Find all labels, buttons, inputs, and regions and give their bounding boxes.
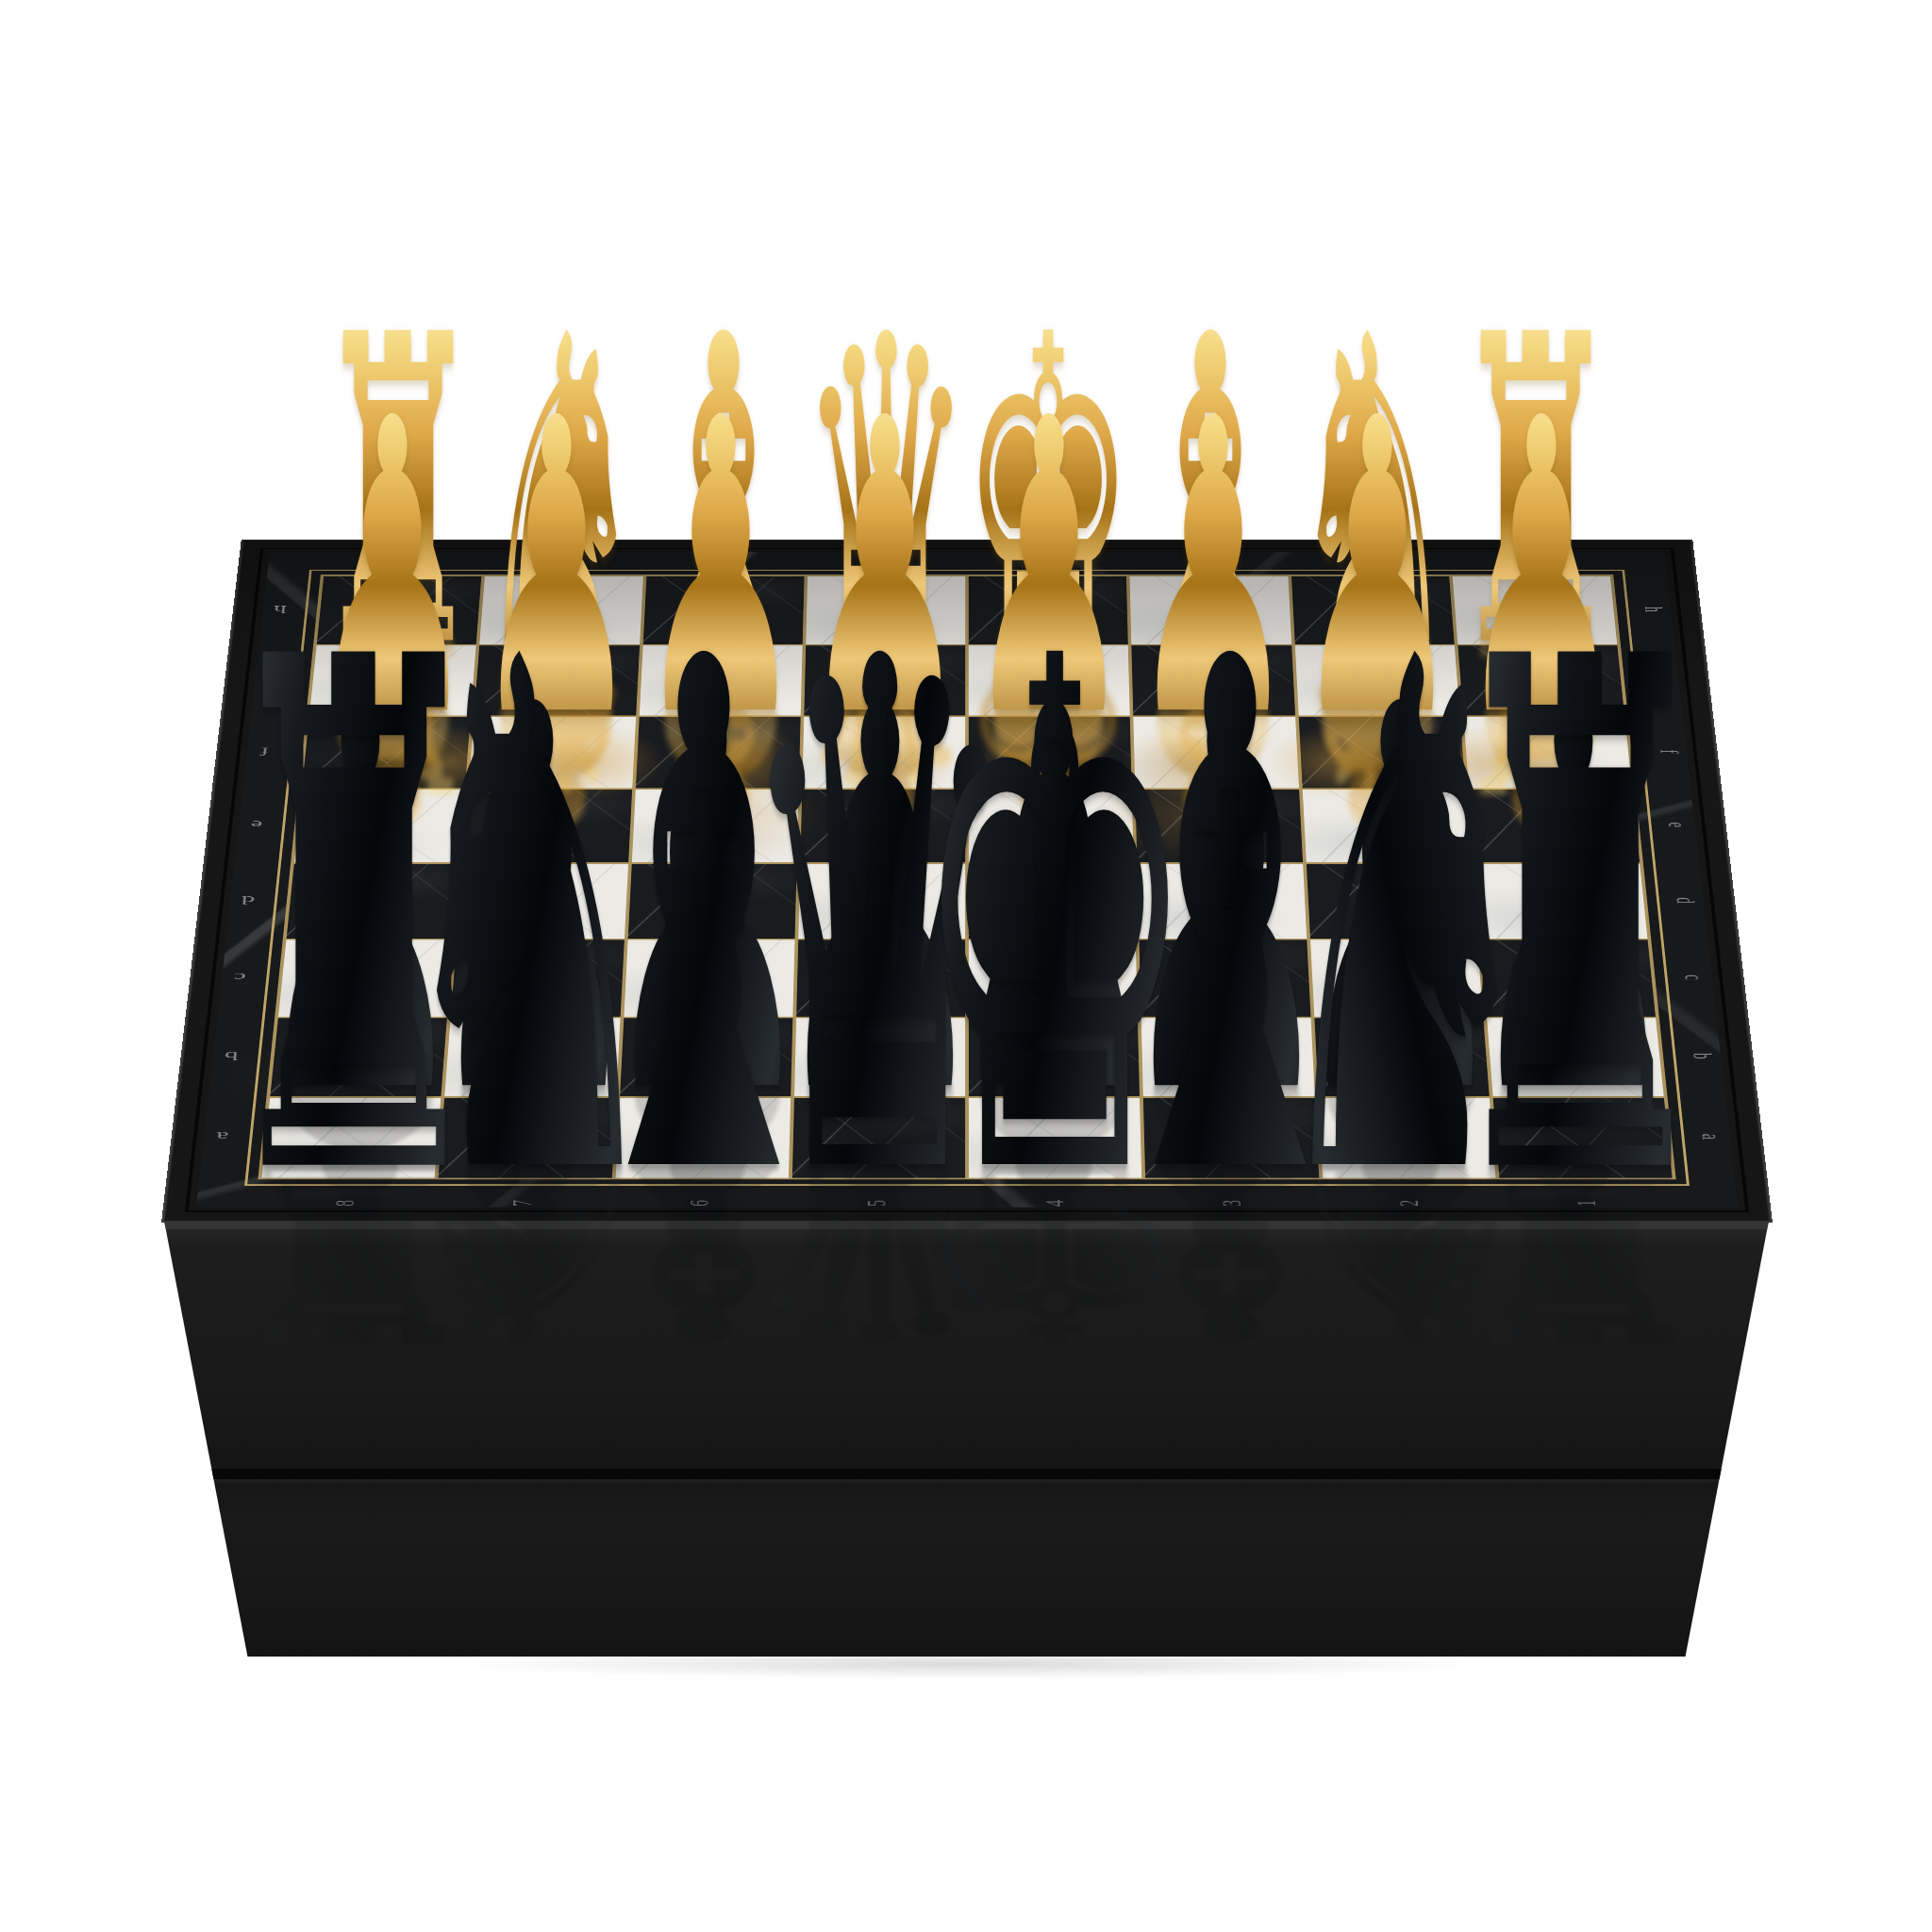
ground-shadow: [236, 1643, 1698, 1685]
box-lid-seam: [189, 1469, 1745, 1479]
piece-black-R-a1[interactable]: ♜: [1435, 570, 1724, 1273]
chess-set-photo: aabbccddeeffgghh8877665544332211 ♜♜♞♞♝♝♛…: [0, 0, 1932, 1932]
